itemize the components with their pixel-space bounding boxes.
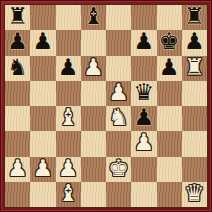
- square-d3[interactable]: [81, 131, 106, 156]
- square-c1[interactable]: ♝: [56, 182, 81, 207]
- square-b5[interactable]: [30, 81, 55, 106]
- square-b3[interactable]: [30, 131, 55, 156]
- square-f6[interactable]: [131, 56, 156, 81]
- square-e6[interactable]: [106, 56, 131, 81]
- square-d5[interactable]: [81, 81, 106, 106]
- square-d8[interactable]: ♝: [81, 5, 106, 30]
- square-e3[interactable]: [106, 131, 131, 156]
- piece-black-pawn-c6[interactable]: ♟: [58, 56, 79, 79]
- square-f2[interactable]: [131, 157, 156, 182]
- square-h3[interactable]: [182, 131, 207, 156]
- piece-black-pawn-f7[interactable]: ♟: [134, 30, 155, 53]
- square-d2[interactable]: [81, 157, 106, 182]
- piece-black-bishop-d8[interactable]: ♝: [83, 5, 104, 28]
- square-d4[interactable]: [81, 106, 106, 131]
- square-h7[interactable]: ♟: [182, 30, 207, 55]
- board-frame: ♜♝♜♟♟♟♚♟♞♟♟♟♜♟♛♝♞♟♟♟♟♟♚♝♛: [0, 0, 212, 212]
- square-g2[interactable]: [157, 157, 182, 182]
- square-a7[interactable]: ♟: [5, 30, 30, 55]
- piece-white-queen-h1[interactable]: ♛: [184, 182, 205, 205]
- piece-white-pawn-a2[interactable]: ♟: [7, 157, 28, 180]
- piece-black-knight-a6[interactable]: ♞: [7, 56, 28, 79]
- square-g4[interactable]: [157, 106, 182, 131]
- piece-black-pawn-f4[interactable]: ♟: [134, 106, 155, 129]
- square-b4[interactable]: [30, 106, 55, 131]
- square-c3[interactable]: [56, 131, 81, 156]
- square-h1[interactable]: ♛: [182, 182, 207, 207]
- square-d1[interactable]: [81, 182, 106, 207]
- square-e7[interactable]: [106, 30, 131, 55]
- piece-black-king-g7[interactable]: ♚: [159, 30, 180, 53]
- square-a2[interactable]: ♟: [5, 157, 30, 182]
- square-f5[interactable]: ♛: [131, 81, 156, 106]
- square-d6[interactable]: ♟: [81, 56, 106, 81]
- piece-white-bishop-c1[interactable]: ♝: [58, 182, 79, 205]
- square-c2[interactable]: ♟: [56, 157, 81, 182]
- piece-black-pawn-a7[interactable]: ♟: [7, 30, 28, 53]
- piece-white-pawn-c2[interactable]: ♟: [58, 157, 79, 180]
- square-a6[interactable]: ♞: [5, 56, 30, 81]
- square-g8[interactable]: [157, 5, 182, 30]
- square-a5[interactable]: [5, 81, 30, 106]
- square-h5[interactable]: [182, 81, 207, 106]
- square-c7[interactable]: [56, 30, 81, 55]
- piece-white-rook-h6[interactable]: ♜: [184, 56, 205, 79]
- piece-black-rook-a8[interactable]: ♜: [7, 5, 28, 28]
- square-a1[interactable]: [5, 182, 30, 207]
- piece-white-knight-e4[interactable]: ♞: [108, 106, 129, 129]
- square-b8[interactable]: [30, 5, 55, 30]
- square-h4[interactable]: [182, 106, 207, 131]
- square-c8[interactable]: [56, 5, 81, 30]
- square-a3[interactable]: [5, 131, 30, 156]
- piece-white-pawn-f3[interactable]: ♟: [134, 131, 155, 154]
- piece-black-pawn-b7[interactable]: ♟: [33, 30, 54, 53]
- square-c6[interactable]: ♟: [56, 56, 81, 81]
- square-f8[interactable]: [131, 5, 156, 30]
- square-f7[interactable]: ♟: [131, 30, 156, 55]
- piece-black-pawn-g6[interactable]: ♟: [159, 56, 180, 79]
- square-g1[interactable]: [157, 182, 182, 207]
- square-e1[interactable]: [106, 182, 131, 207]
- square-e8[interactable]: [106, 5, 131, 30]
- chess-board: ♜♝♜♟♟♟♚♟♞♟♟♟♜♟♛♝♞♟♟♟♟♟♚♝♛: [5, 5, 207, 207]
- square-g5[interactable]: [157, 81, 182, 106]
- square-f1[interactable]: [131, 182, 156, 207]
- square-b6[interactable]: [30, 56, 55, 81]
- square-c5[interactable]: [56, 81, 81, 106]
- square-g6[interactable]: ♟: [157, 56, 182, 81]
- square-b1[interactable]: [30, 182, 55, 207]
- square-b7[interactable]: ♟: [30, 30, 55, 55]
- square-g3[interactable]: [157, 131, 182, 156]
- square-a8[interactable]: ♜: [5, 5, 30, 30]
- square-g7[interactable]: ♚: [157, 30, 182, 55]
- square-h2[interactable]: [182, 157, 207, 182]
- square-b2[interactable]: ♟: [30, 157, 55, 182]
- square-a4[interactable]: [5, 106, 30, 131]
- piece-white-pawn-b2[interactable]: ♟: [33, 157, 54, 180]
- piece-black-queen-f5[interactable]: ♛: [134, 81, 155, 104]
- piece-white-pawn-d6[interactable]: ♟: [83, 56, 104, 79]
- piece-white-bishop-c4[interactable]: ♝: [58, 106, 79, 129]
- square-e5[interactable]: ♟: [106, 81, 131, 106]
- piece-white-king-e2[interactable]: ♚: [108, 157, 129, 180]
- piece-black-rook-h8[interactable]: ♜: [184, 5, 205, 28]
- square-e2[interactable]: ♚: [106, 157, 131, 182]
- square-d7[interactable]: [81, 30, 106, 55]
- square-h8[interactable]: ♜: [182, 5, 207, 30]
- square-c4[interactable]: ♝: [56, 106, 81, 131]
- square-f4[interactable]: ♟: [131, 106, 156, 131]
- piece-white-pawn-e5[interactable]: ♟: [108, 81, 129, 104]
- square-h6[interactable]: ♜: [182, 56, 207, 81]
- piece-black-pawn-h7[interactable]: ♟: [184, 30, 205, 53]
- square-f3[interactable]: ♟: [131, 131, 156, 156]
- square-e4[interactable]: ♞: [106, 106, 131, 131]
